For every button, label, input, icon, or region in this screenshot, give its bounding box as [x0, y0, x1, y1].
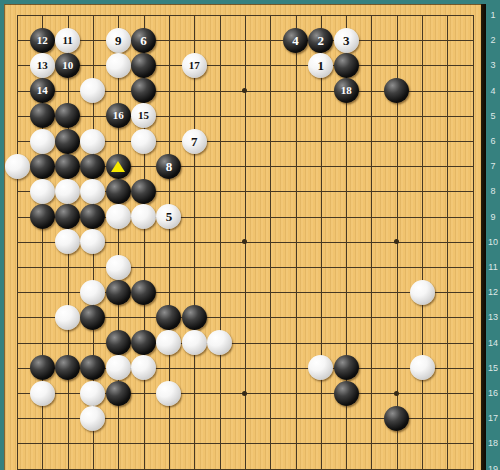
move-number: 11: [62, 35, 72, 46]
stone-black-move-8: 8: [156, 154, 181, 179]
stone-white: [131, 129, 156, 154]
row-coordinate-label: 10: [486, 237, 500, 247]
row-coordinate-label: 5: [486, 111, 500, 121]
stone-white: [30, 381, 55, 406]
row-coordinate-label: 4: [486, 86, 500, 96]
stone-white: [30, 129, 55, 154]
grid-line-vertical: [422, 15, 423, 470]
stone-white: [106, 355, 131, 380]
row-coordinate-label: 11: [486, 262, 500, 272]
stone-white-move-3: 3: [334, 28, 359, 53]
stone-black-move-18: 18: [334, 78, 359, 103]
move-number: 12: [37, 35, 48, 46]
stone-white: [106, 53, 131, 78]
stone-white-move-7: 7: [182, 129, 207, 154]
stone-white: [410, 280, 435, 305]
stone-black: [131, 53, 156, 78]
move-number: 3: [343, 34, 350, 47]
row-coordinate-label: 7: [486, 161, 500, 171]
row-coordinate-label: 17: [486, 413, 500, 423]
row-coordinate-label: 8: [486, 186, 500, 196]
stone-black: [55, 154, 80, 179]
stone-white: [55, 305, 80, 330]
stone-black: [182, 305, 207, 330]
stone-white-move-13: 13: [30, 53, 55, 78]
move-number: 8: [166, 160, 173, 173]
stone-black: [131, 280, 156, 305]
row-coordinate-label: 9: [486, 212, 500, 222]
stone-black: [334, 355, 359, 380]
stone-white: [80, 406, 105, 431]
stone-black: [30, 103, 55, 128]
stone-white-move-17: 17: [182, 53, 207, 78]
stone-black: [80, 154, 105, 179]
row-coordinate-label: 18: [486, 438, 500, 448]
stone-black-move-4: 4: [283, 28, 308, 53]
row-coordinate-label: 12: [486, 287, 500, 297]
grid-line-horizontal: [17, 343, 474, 344]
stone-black-marked: [106, 154, 131, 179]
grid-line-vertical: [270, 15, 271, 470]
row-coordinate-label: 14: [486, 338, 500, 348]
grid-line-vertical: [371, 15, 372, 470]
stone-black-move-16: 16: [106, 103, 131, 128]
go-board-frame: 121196423131017114181615785 123456789101…: [0, 0, 500, 470]
stone-black-move-12: 12: [30, 28, 55, 53]
row-coordinate-label: 6: [486, 136, 500, 146]
stone-black: [106, 179, 131, 204]
row-coordinate-label: 13: [486, 312, 500, 322]
stone-white: [30, 179, 55, 204]
stone-white: [55, 179, 80, 204]
row-coordinate-label: 2: [486, 35, 500, 45]
row-coordinate-label: 15: [486, 363, 500, 373]
move-number: 15: [138, 110, 149, 121]
stone-white: [182, 330, 207, 355]
move-number: 4: [292, 34, 299, 47]
stone-white-move-11: 11: [55, 28, 80, 53]
stone-black: [131, 179, 156, 204]
stone-black: [30, 355, 55, 380]
grid-line-vertical: [473, 15, 474, 470]
stone-white: [5, 154, 30, 179]
stone-black-move-6: 6: [131, 28, 156, 53]
row-coordinate-label: 19: [486, 464, 500, 470]
stone-white: [106, 255, 131, 280]
row-coordinate-label: 1: [486, 10, 500, 20]
move-number: 10: [62, 60, 73, 71]
grid-line-horizontal: [17, 267, 474, 268]
move-number: 18: [341, 85, 352, 96]
stone-black: [106, 381, 131, 406]
move-number: 17: [189, 60, 200, 71]
stone-white: [156, 381, 181, 406]
move-number: 9: [115, 34, 122, 47]
move-number: 6: [140, 34, 147, 47]
stone-black: [30, 154, 55, 179]
move-number: 7: [191, 135, 198, 148]
stone-white: [80, 129, 105, 154]
move-number: 2: [318, 34, 325, 47]
stone-black: [384, 406, 409, 431]
grid-line-vertical: [447, 15, 448, 470]
stone-black-move-10: 10: [55, 53, 80, 78]
stone-white: [207, 330, 232, 355]
stone-white: [80, 381, 105, 406]
stone-black-move-2: 2: [308, 28, 333, 53]
stone-black: [334, 381, 359, 406]
hoshi-point: [242, 391, 247, 396]
row-coordinate-label: 16: [486, 388, 500, 398]
hoshi-point: [394, 391, 399, 396]
stone-white: [410, 355, 435, 380]
stone-black: [30, 204, 55, 229]
move-number: 14: [37, 85, 48, 96]
stone-black: [334, 53, 359, 78]
grid-line-horizontal: [17, 443, 474, 444]
triangle-marker: [111, 161, 125, 172]
move-number: 16: [113, 110, 124, 121]
move-number: 13: [37, 60, 48, 71]
stone-white: [106, 204, 131, 229]
stone-white-move-9: 9: [106, 28, 131, 53]
row-coordinate-label: 3: [486, 60, 500, 70]
move-number: 1: [318, 59, 325, 72]
move-number: 5: [166, 210, 173, 223]
stone-black: [55, 129, 80, 154]
stone-black-move-14: 14: [30, 78, 55, 103]
stone-black: [106, 280, 131, 305]
grid-line-vertical: [321, 15, 322, 470]
grid-line-vertical: [296, 15, 297, 470]
stone-white: [80, 280, 105, 305]
stone-black: [106, 330, 131, 355]
